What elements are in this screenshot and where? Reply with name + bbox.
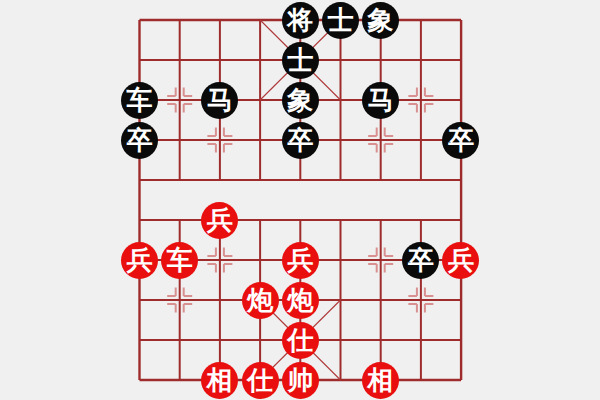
piece-black-elephant[interactable]: 象 [282,82,319,119]
piece-red-soldier[interactable]: 兵 [121,242,158,279]
piece-red-cannon[interactable]: 炮 [282,282,319,319]
piece-red-soldier[interactable]: 兵 [282,242,319,279]
piece-black-soldier[interactable]: 卒 [402,242,439,279]
piece-black-horse[interactable]: 马 [201,82,238,119]
piece-black-elephant[interactable]: 象 [362,2,399,39]
piece-red-soldier[interactable]: 兵 [201,202,238,239]
piece-red-advisor[interactable]: 仕 [242,362,279,399]
piece-black-general[interactable]: 将 [282,2,319,39]
piece-red-cannon[interactable]: 炮 [242,282,279,319]
piece-black-soldier[interactable]: 卒 [442,122,479,159]
piece-red-advisor[interactable]: 仕 [282,322,319,359]
piece-black-horse[interactable]: 马 [362,82,399,119]
piece-red-general[interactable]: 帅 [282,362,319,399]
piece-black-advisor[interactable]: 士 [282,42,319,79]
piece-red-soldier[interactable]: 兵 [442,242,479,279]
piece-black-chariot[interactable]: 车 [121,82,158,119]
board-points-layer[interactable]: 将士象士车马象马卒卒卒兵兵车兵卒兵炮炮仕相仕帅相 [119,0,481,400]
piece-red-elephant[interactable]: 相 [362,362,399,399]
xiangqi-board: 将士象士车马象马卒卒卒兵兵车兵卒兵炮炮仕相仕帅相 [0,0,600,400]
piece-red-elephant[interactable]: 相 [201,362,238,399]
piece-black-advisor[interactable]: 士 [322,2,359,39]
piece-black-soldier[interactable]: 卒 [121,122,158,159]
piece-black-soldier[interactable]: 卒 [282,122,319,159]
piece-red-chariot[interactable]: 车 [161,242,198,279]
